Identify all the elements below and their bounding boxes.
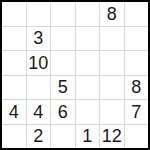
cell-r1c4-empty[interactable]	[76, 2, 100, 26]
cell-r5c2-given[interactable]: 4	[27, 100, 51, 124]
cell-r6c4-given[interactable]: 1	[76, 125, 100, 149]
cell-r1c1-empty[interactable]	[2, 2, 26, 26]
cell-r3c6-empty[interactable]	[125, 51, 149, 75]
cell-r2c4-empty[interactable]	[76, 27, 100, 51]
cell-r2c3-empty[interactable]	[51, 27, 75, 51]
cell-r6c6-empty[interactable]	[125, 125, 149, 149]
cell-r2c1-empty[interactable]	[2, 27, 26, 51]
cell-r2c5-empty[interactable]	[100, 27, 124, 51]
cell-r2c6-empty[interactable]	[125, 27, 149, 51]
cell-r3c1-empty[interactable]	[2, 51, 26, 75]
cell-r1c5-given[interactable]: 8	[100, 2, 124, 26]
cell-r6c2-given[interactable]: 2	[27, 125, 51, 149]
cell-r3c3-empty[interactable]	[51, 51, 75, 75]
cell-r6c5-given[interactable]: 12	[100, 125, 124, 149]
cell-r1c6-empty[interactable]	[125, 2, 149, 26]
cell-r4c1-empty[interactable]	[2, 76, 26, 100]
puzzle-board: 83105844672112	[0, 0, 150, 150]
cell-r4c5-empty[interactable]	[100, 76, 124, 100]
cell-r5c5-empty[interactable]	[100, 100, 124, 124]
cell-r5c6-given[interactable]: 7	[125, 100, 149, 124]
cell-r4c3-given[interactable]: 5	[51, 76, 75, 100]
cell-r5c4-empty[interactable]	[76, 100, 100, 124]
cell-r3c2-given[interactable]: 10	[27, 51, 51, 75]
cell-r4c4-empty[interactable]	[76, 76, 100, 100]
cell-r3c5-empty[interactable]	[100, 51, 124, 75]
cell-r4c6-given[interactable]: 8	[125, 76, 149, 100]
cell-r1c2-empty[interactable]	[27, 2, 51, 26]
cell-r3c4-empty[interactable]	[76, 51, 100, 75]
cell-r2c2-given[interactable]: 3	[27, 27, 51, 51]
cell-r6c1-empty[interactable]	[2, 125, 26, 149]
cell-r4c2-empty[interactable]	[27, 76, 51, 100]
cell-r1c3-empty[interactable]	[51, 2, 75, 26]
cell-r6c3-empty[interactable]	[51, 125, 75, 149]
cell-r5c1-given[interactable]: 4	[2, 100, 26, 124]
cell-r5c3-given[interactable]: 6	[51, 100, 75, 124]
